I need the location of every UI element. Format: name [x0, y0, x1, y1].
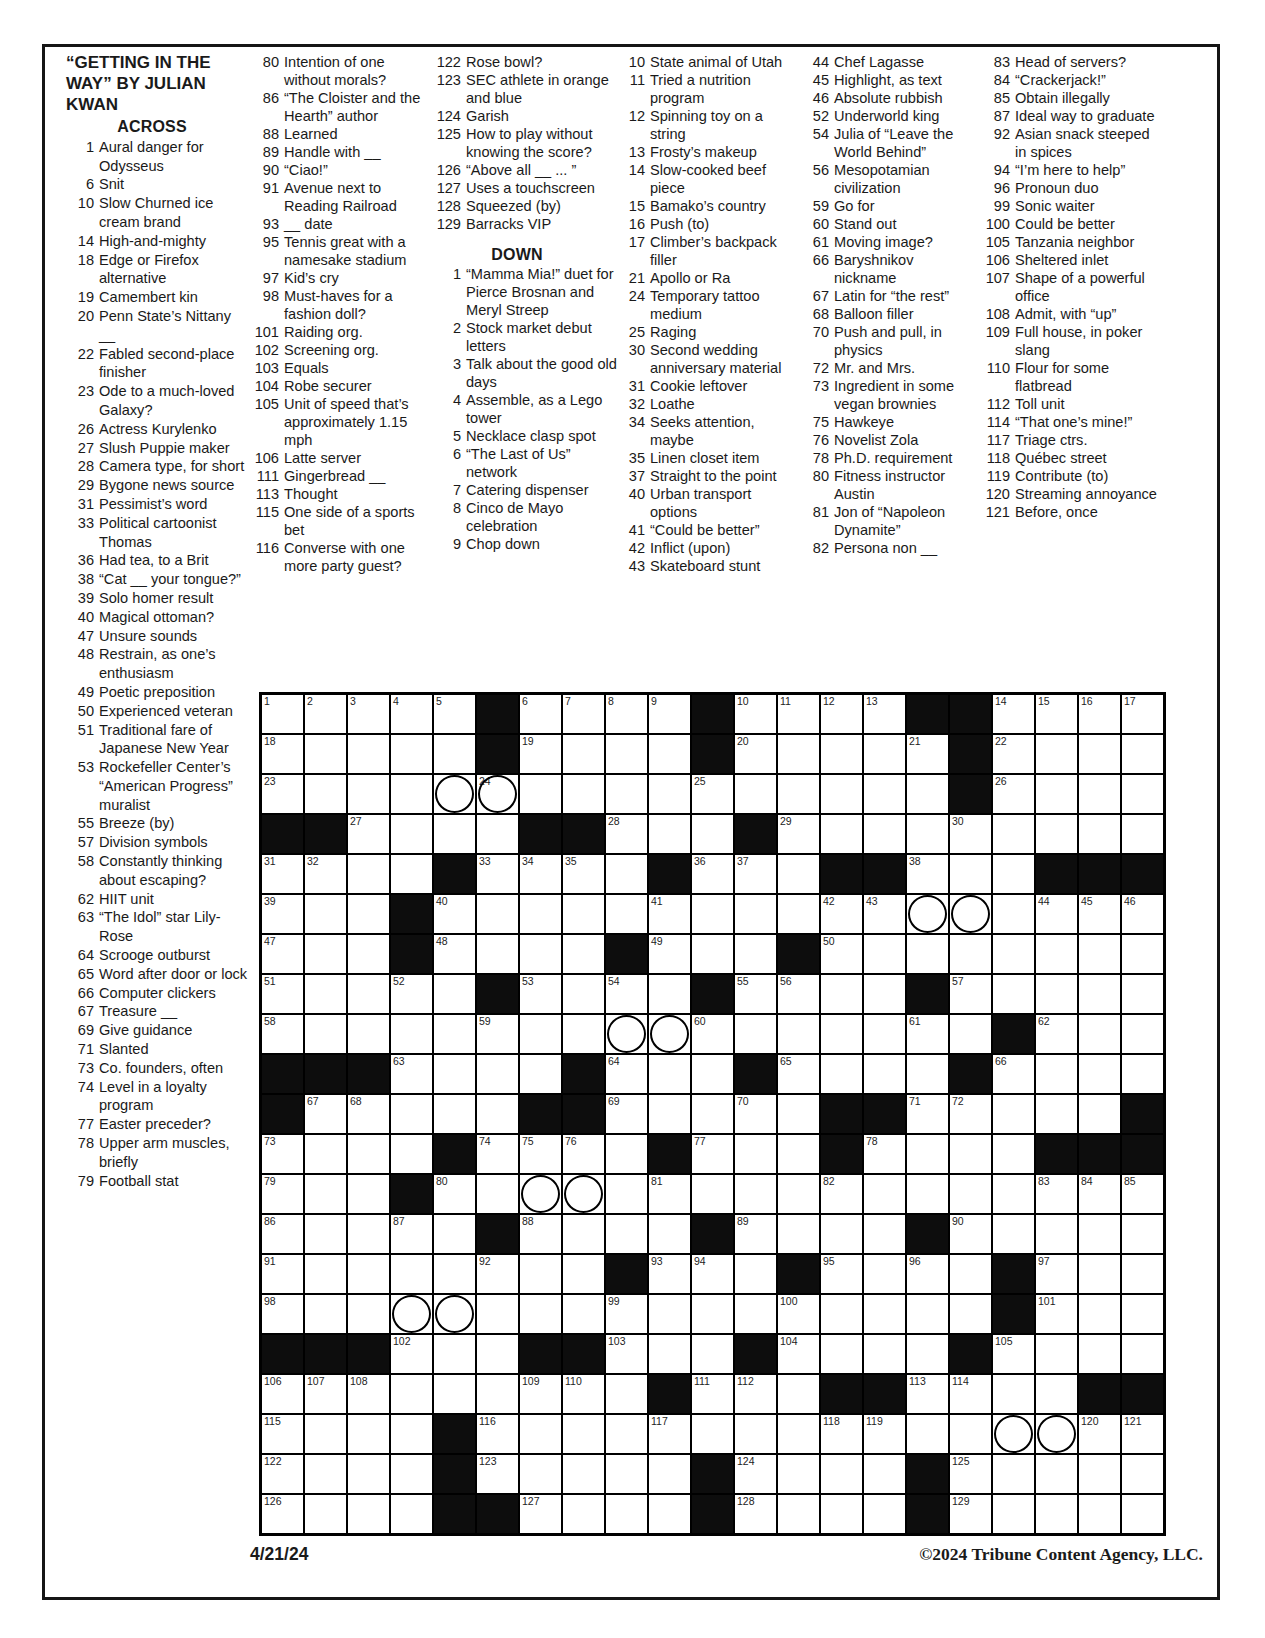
grid-cell[interactable]: [347, 894, 390, 934]
grid-cell[interactable]: [777, 1094, 820, 1134]
grid-cell[interactable]: [1078, 1494, 1121, 1534]
grid-cell[interactable]: [390, 1094, 433, 1134]
grid-cell[interactable]: 17: [1121, 694, 1164, 734]
grid-cell[interactable]: [476, 1294, 519, 1334]
grid-cell[interactable]: [347, 1414, 390, 1454]
grid-cell[interactable]: [390, 1454, 433, 1494]
grid-cell[interactable]: 42: [820, 894, 863, 934]
grid-cell[interactable]: 48: [433, 934, 476, 974]
grid-cell[interactable]: [777, 1014, 820, 1054]
grid-cell[interactable]: [519, 774, 562, 814]
grid-cell[interactable]: [562, 734, 605, 774]
grid-cell[interactable]: [1121, 934, 1164, 974]
grid-cell[interactable]: 63: [390, 1054, 433, 1094]
grid-cell[interactable]: 13: [863, 694, 906, 734]
grid-cell[interactable]: [476, 1094, 519, 1134]
grid-cell[interactable]: [820, 1214, 863, 1254]
grid-cell[interactable]: [949, 1294, 992, 1334]
grid-cell[interactable]: [992, 974, 1035, 1014]
grid-cell[interactable]: 25: [691, 774, 734, 814]
grid-cell[interactable]: 70: [734, 1094, 777, 1134]
grid-cell[interactable]: [1035, 934, 1078, 974]
grid-cell[interactable]: [1078, 1454, 1121, 1494]
grid-cell[interactable]: [906, 1134, 949, 1174]
grid-cell[interactable]: 32: [304, 854, 347, 894]
grid-cell[interactable]: [304, 1254, 347, 1294]
grid-cell[interactable]: [304, 1174, 347, 1214]
grid-cell[interactable]: 100: [777, 1294, 820, 1334]
grid-cell[interactable]: [992, 1414, 1035, 1454]
grid-cell[interactable]: 23: [261, 774, 304, 814]
grid-cell[interactable]: [820, 774, 863, 814]
grid-cell[interactable]: 92: [476, 1254, 519, 1294]
grid-cell[interactable]: 49: [648, 934, 691, 974]
grid-cell[interactable]: [1078, 814, 1121, 854]
grid-cell[interactable]: 81: [648, 1174, 691, 1214]
grid-cell[interactable]: 20: [734, 734, 777, 774]
grid-cell[interactable]: [949, 934, 992, 974]
grid-cell[interactable]: 96: [906, 1254, 949, 1294]
grid-cell[interactable]: 60: [691, 1014, 734, 1054]
grid-cell[interactable]: [734, 1174, 777, 1214]
grid-cell[interactable]: [347, 1454, 390, 1494]
grid-cell[interactable]: 21: [906, 734, 949, 774]
grid-cell[interactable]: [347, 1174, 390, 1214]
grid-cell[interactable]: [304, 974, 347, 1014]
grid-cell[interactable]: 14: [992, 694, 1035, 734]
grid-cell[interactable]: [949, 854, 992, 894]
grid-cell[interactable]: [433, 1334, 476, 1374]
grid-cell[interactable]: [562, 974, 605, 1014]
grid-cell[interactable]: 111: [691, 1374, 734, 1414]
grid-cell[interactable]: 31: [261, 854, 304, 894]
grid-cell[interactable]: [863, 974, 906, 1014]
grid-cell[interactable]: [777, 1174, 820, 1214]
grid-cell[interactable]: 127: [519, 1494, 562, 1534]
grid-cell[interactable]: [734, 934, 777, 974]
grid-cell[interactable]: [1078, 774, 1121, 814]
grid-cell[interactable]: [691, 1094, 734, 1134]
grid-cell[interactable]: [347, 854, 390, 894]
grid-cell[interactable]: [1078, 1094, 1121, 1134]
grid-cell[interactable]: [1121, 1214, 1164, 1254]
grid-cell[interactable]: 112: [734, 1374, 777, 1414]
grid-cell[interactable]: [992, 1374, 1035, 1414]
grid-cell[interactable]: 38: [906, 854, 949, 894]
grid-cell[interactable]: 61: [906, 1014, 949, 1054]
grid-cell[interactable]: [691, 934, 734, 974]
grid-cell[interactable]: [1078, 1254, 1121, 1294]
grid-cell[interactable]: [304, 894, 347, 934]
grid-cell[interactable]: 129: [949, 1494, 992, 1534]
grid-cell[interactable]: [304, 1494, 347, 1534]
grid-cell[interactable]: [777, 854, 820, 894]
grid-cell[interactable]: 18: [261, 734, 304, 774]
grid-cell[interactable]: [777, 1414, 820, 1454]
grid-cell[interactable]: [605, 1174, 648, 1214]
grid-cell[interactable]: [347, 1134, 390, 1174]
grid-cell[interactable]: [562, 1454, 605, 1494]
grid-cell[interactable]: [433, 814, 476, 854]
grid-cell[interactable]: 103: [605, 1334, 648, 1374]
grid-cell[interactable]: 19: [519, 734, 562, 774]
grid-cell[interactable]: 99: [605, 1294, 648, 1334]
grid-cell[interactable]: 115: [261, 1414, 304, 1454]
grid-cell[interactable]: [562, 1494, 605, 1534]
grid-cell[interactable]: [562, 1414, 605, 1454]
grid-cell[interactable]: [777, 774, 820, 814]
grid-cell[interactable]: [906, 934, 949, 974]
grid-cell[interactable]: [863, 1454, 906, 1494]
grid-cell[interactable]: [605, 774, 648, 814]
grid-cell[interactable]: [476, 814, 519, 854]
grid-cell[interactable]: [1035, 814, 1078, 854]
grid-cell[interactable]: [605, 894, 648, 934]
grid-cell[interactable]: 78: [863, 1134, 906, 1174]
grid-cell[interactable]: 128: [734, 1494, 777, 1534]
grid-cell[interactable]: 126: [261, 1494, 304, 1534]
grid-cell[interactable]: [1121, 1014, 1164, 1054]
grid-cell[interactable]: 43: [863, 894, 906, 934]
grid-cell[interactable]: [347, 934, 390, 974]
grid-cell[interactable]: 67: [304, 1094, 347, 1134]
grid-cell[interactable]: [433, 774, 476, 814]
grid-cell[interactable]: [1035, 1454, 1078, 1494]
grid-cell[interactable]: 101: [1035, 1294, 1078, 1334]
grid-cell[interactable]: [304, 1214, 347, 1254]
grid-cell[interactable]: [347, 774, 390, 814]
grid-cell[interactable]: [863, 814, 906, 854]
grid-cell[interactable]: [1121, 774, 1164, 814]
grid-cell[interactable]: 50: [820, 934, 863, 974]
grid-cell[interactable]: 95: [820, 1254, 863, 1294]
grid-cell[interactable]: [605, 1374, 648, 1414]
grid-cell[interactable]: 28: [605, 814, 648, 854]
grid-cell[interactable]: [992, 934, 1035, 974]
grid-cell[interactable]: [1121, 814, 1164, 854]
grid-cell[interactable]: 83: [1035, 1174, 1078, 1214]
grid-cell[interactable]: 55: [734, 974, 777, 1014]
grid-cell[interactable]: 80: [433, 1174, 476, 1214]
grid-cell[interactable]: [390, 1294, 433, 1334]
grid-cell[interactable]: 15: [1035, 694, 1078, 734]
grid-cell[interactable]: [691, 1054, 734, 1094]
grid-cell[interactable]: 105: [992, 1334, 1035, 1374]
grid-cell[interactable]: [734, 894, 777, 934]
grid-cell[interactable]: 84: [1078, 1174, 1121, 1214]
grid-cell[interactable]: [433, 734, 476, 774]
grid-cell[interactable]: [906, 1414, 949, 1454]
grid-cell[interactable]: 68: [347, 1094, 390, 1134]
grid-cell[interactable]: 123: [476, 1454, 519, 1494]
grid-cell[interactable]: [992, 1174, 1035, 1214]
grid-cell[interactable]: [562, 1214, 605, 1254]
grid-cell[interactable]: [1121, 1334, 1164, 1374]
grid-cell[interactable]: [433, 1094, 476, 1134]
grid-cell[interactable]: [992, 854, 1035, 894]
grid-cell[interactable]: [562, 774, 605, 814]
grid-cell[interactable]: 102: [390, 1334, 433, 1374]
grid-cell[interactable]: [1035, 1334, 1078, 1374]
grid-cell[interactable]: [433, 974, 476, 1014]
grid-cell[interactable]: 11: [777, 694, 820, 734]
grid-cell[interactable]: [519, 1174, 562, 1214]
grid-cell[interactable]: [1035, 774, 1078, 814]
grid-cell[interactable]: [476, 1374, 519, 1414]
grid-cell[interactable]: 122: [261, 1454, 304, 1494]
grid-cell[interactable]: [433, 1294, 476, 1334]
grid-cell[interactable]: [304, 934, 347, 974]
grid-cell[interactable]: [476, 894, 519, 934]
grid-cell[interactable]: 94: [691, 1254, 734, 1294]
grid-cell[interactable]: 3: [347, 694, 390, 734]
grid-cell[interactable]: [304, 1294, 347, 1334]
grid-cell[interactable]: 108: [347, 1374, 390, 1414]
grid-cell[interactable]: 73: [261, 1134, 304, 1174]
grid-cell[interactable]: [777, 894, 820, 934]
grid-cell[interactable]: [906, 894, 949, 934]
grid-cell[interactable]: [390, 734, 433, 774]
grid-cell[interactable]: [734, 1134, 777, 1174]
grid-cell[interactable]: [519, 934, 562, 974]
grid-cell[interactable]: [777, 1214, 820, 1254]
grid-cell[interactable]: [691, 894, 734, 934]
grid-cell[interactable]: [605, 1014, 648, 1054]
grid-cell[interactable]: 76: [562, 1134, 605, 1174]
grid-cell[interactable]: [347, 1494, 390, 1534]
grid-cell[interactable]: [390, 854, 433, 894]
grid-cell[interactable]: [949, 1414, 992, 1454]
grid-cell[interactable]: 36: [691, 854, 734, 894]
grid-cell[interactable]: [691, 814, 734, 854]
grid-cell[interactable]: 37: [734, 854, 777, 894]
grid-cell[interactable]: [304, 774, 347, 814]
grid-cell[interactable]: 65: [777, 1054, 820, 1094]
grid-cell[interactable]: 120: [1078, 1414, 1121, 1454]
grid-cell[interactable]: [992, 1094, 1035, 1134]
grid-cell[interactable]: [562, 894, 605, 934]
grid-cell[interactable]: [863, 774, 906, 814]
grid-cell[interactable]: [648, 1054, 691, 1094]
grid-cell[interactable]: 53: [519, 974, 562, 1014]
grid-cell[interactable]: [1121, 734, 1164, 774]
grid-cell[interactable]: [691, 1334, 734, 1374]
grid-cell[interactable]: 124: [734, 1454, 777, 1494]
grid-cell[interactable]: [992, 1494, 1035, 1534]
grid-cell[interactable]: [906, 1294, 949, 1334]
grid-cell[interactable]: 52: [390, 974, 433, 1014]
grid-cell[interactable]: [906, 1054, 949, 1094]
grid-cell[interactable]: 113: [906, 1374, 949, 1414]
grid-cell[interactable]: [820, 1334, 863, 1374]
grid-cell[interactable]: [433, 1254, 476, 1294]
grid-cell[interactable]: 93: [648, 1254, 691, 1294]
grid-cell[interactable]: [734, 1294, 777, 1334]
grid-cell[interactable]: 97: [1035, 1254, 1078, 1294]
grid-cell[interactable]: 34: [519, 854, 562, 894]
grid-cell[interactable]: [820, 734, 863, 774]
grid-cell[interactable]: [820, 1494, 863, 1534]
grid-cell[interactable]: [863, 1214, 906, 1254]
grid-cell[interactable]: 85: [1121, 1174, 1164, 1214]
grid-cell[interactable]: 88: [519, 1214, 562, 1254]
grid-cell[interactable]: [648, 1334, 691, 1374]
grid-cell[interactable]: [691, 1174, 734, 1214]
grid-cell[interactable]: [476, 934, 519, 974]
grid-cell[interactable]: [1078, 934, 1121, 974]
grid-cell[interactable]: 74: [476, 1134, 519, 1174]
grid-cell[interactable]: 58: [261, 1014, 304, 1054]
grid-cell[interactable]: 118: [820, 1414, 863, 1454]
grid-cell[interactable]: [1035, 734, 1078, 774]
grid-cell[interactable]: [562, 1294, 605, 1334]
grid-cell[interactable]: [992, 814, 1035, 854]
grid-cell[interactable]: 79: [261, 1174, 304, 1214]
grid-cell[interactable]: [304, 1414, 347, 1454]
grid-cell[interactable]: [347, 1294, 390, 1334]
grid-cell[interactable]: [648, 774, 691, 814]
grid-cell[interactable]: 72: [949, 1094, 992, 1134]
grid-cell[interactable]: [1121, 1454, 1164, 1494]
grid-cell[interactable]: [648, 1214, 691, 1254]
grid-cell[interactable]: [992, 1134, 1035, 1174]
grid-cell[interactable]: 10: [734, 694, 777, 734]
grid-cell[interactable]: [648, 1014, 691, 1054]
grid-cell[interactable]: [906, 1334, 949, 1374]
grid-cell[interactable]: 5: [433, 694, 476, 734]
grid-cell[interactable]: [1078, 734, 1121, 774]
grid-cell[interactable]: 116: [476, 1414, 519, 1454]
grid-cell[interactable]: 54: [605, 974, 648, 1014]
grid-cell[interactable]: [1121, 1054, 1164, 1094]
grid-cell[interactable]: 119: [863, 1414, 906, 1454]
grid-cell[interactable]: [304, 734, 347, 774]
grid-cell[interactable]: [820, 814, 863, 854]
grid-cell[interactable]: [304, 1014, 347, 1054]
grid-cell[interactable]: [648, 1494, 691, 1534]
grid-cell[interactable]: 117: [648, 1414, 691, 1454]
grid-cell[interactable]: [1078, 974, 1121, 1014]
grid-cell[interactable]: 104: [777, 1334, 820, 1374]
grid-cell[interactable]: [820, 1454, 863, 1494]
grid-cell[interactable]: [820, 974, 863, 1014]
grid-cell[interactable]: [992, 894, 1035, 934]
grid-cell[interactable]: [691, 1294, 734, 1334]
grid-cell[interactable]: 110: [562, 1374, 605, 1414]
grid-cell[interactable]: [1078, 1214, 1121, 1254]
grid-cell[interactable]: [1078, 1334, 1121, 1374]
grid-cell[interactable]: 39: [261, 894, 304, 934]
grid-cell[interactable]: 47: [261, 934, 304, 974]
grid-cell[interactable]: [390, 1414, 433, 1454]
grid-cell[interactable]: [1035, 1094, 1078, 1134]
grid-cell[interactable]: [820, 1294, 863, 1334]
grid-cell[interactable]: 6: [519, 694, 562, 734]
grid-cell[interactable]: [734, 1254, 777, 1294]
grid-cell[interactable]: [605, 1414, 648, 1454]
grid-cell[interactable]: [906, 814, 949, 854]
grid-cell[interactable]: [519, 1294, 562, 1334]
grid-cell[interactable]: [390, 1494, 433, 1534]
grid-cell[interactable]: [1121, 1294, 1164, 1334]
grid-cell[interactable]: [605, 854, 648, 894]
grid-cell[interactable]: 59: [476, 1014, 519, 1054]
grid-cell[interactable]: [1121, 1494, 1164, 1534]
grid-cell[interactable]: 29: [777, 814, 820, 854]
grid-cell[interactable]: 114: [949, 1374, 992, 1414]
grid-cell[interactable]: 91: [261, 1254, 304, 1294]
grid-cell[interactable]: [949, 1254, 992, 1294]
grid-cell[interactable]: 26: [992, 774, 1035, 814]
grid-cell[interactable]: [390, 1014, 433, 1054]
grid-cell[interactable]: 75: [519, 1134, 562, 1174]
grid-cell[interactable]: [906, 1174, 949, 1214]
grid-cell[interactable]: 125: [949, 1454, 992, 1494]
grid-cell[interactable]: 86: [261, 1214, 304, 1254]
grid-cell[interactable]: 64: [605, 1054, 648, 1094]
grid-cell[interactable]: 40: [433, 894, 476, 934]
grid-cell[interactable]: [1035, 1214, 1078, 1254]
grid-cell[interactable]: [519, 1454, 562, 1494]
grid-cell[interactable]: [1035, 974, 1078, 1014]
grid-cell[interactable]: 56: [777, 974, 820, 1014]
grid-cell[interactable]: [347, 1254, 390, 1294]
grid-cell[interactable]: [347, 1214, 390, 1254]
grid-cell[interactable]: 9: [648, 694, 691, 734]
grid-cell[interactable]: [992, 1454, 1035, 1494]
grid-cell[interactable]: 121: [1121, 1414, 1164, 1454]
grid-cell[interactable]: [390, 1374, 433, 1414]
grid-cell[interactable]: 69: [605, 1094, 648, 1134]
grid-cell[interactable]: 4: [390, 694, 433, 734]
grid-cell[interactable]: [863, 1334, 906, 1374]
grid-cell[interactable]: 1: [261, 694, 304, 734]
grid-cell[interactable]: [734, 1014, 777, 1054]
grid-cell[interactable]: 30: [949, 814, 992, 854]
grid-cell[interactable]: 45: [1078, 894, 1121, 934]
grid-cell[interactable]: [433, 1054, 476, 1094]
grid-cell[interactable]: [304, 1134, 347, 1174]
grid-cell[interactable]: [519, 894, 562, 934]
grid-cell[interactable]: [863, 1294, 906, 1334]
grid-cell[interactable]: [1078, 1014, 1121, 1054]
grid-cell[interactable]: [476, 1334, 519, 1374]
grid-cell[interactable]: 27: [347, 814, 390, 854]
grid-cell[interactable]: 12: [820, 694, 863, 734]
grid-cell[interactable]: 87: [390, 1214, 433, 1254]
grid-cell[interactable]: [949, 894, 992, 934]
grid-cell[interactable]: 62: [1035, 1014, 1078, 1054]
grid-cell[interactable]: [1121, 974, 1164, 1014]
grid-cell[interactable]: 46: [1121, 894, 1164, 934]
grid-cell[interactable]: [734, 774, 777, 814]
grid-cell[interactable]: [1121, 1254, 1164, 1294]
grid-cell[interactable]: [777, 1454, 820, 1494]
grid-cell[interactable]: 16: [1078, 694, 1121, 734]
grid-cell[interactable]: [390, 1254, 433, 1294]
grid-cell[interactable]: [347, 1014, 390, 1054]
grid-cell[interactable]: [390, 774, 433, 814]
grid-cell[interactable]: [863, 1174, 906, 1214]
grid-cell[interactable]: 2: [304, 694, 347, 734]
grid-cell[interactable]: [992, 1214, 1035, 1254]
grid-cell[interactable]: [777, 734, 820, 774]
grid-cell[interactable]: [562, 1254, 605, 1294]
grid-cell[interactable]: 8: [605, 694, 648, 734]
grid-cell[interactable]: [476, 1054, 519, 1094]
grid-cell[interactable]: 66: [992, 1054, 1035, 1094]
grid-cell[interactable]: [777, 1374, 820, 1414]
